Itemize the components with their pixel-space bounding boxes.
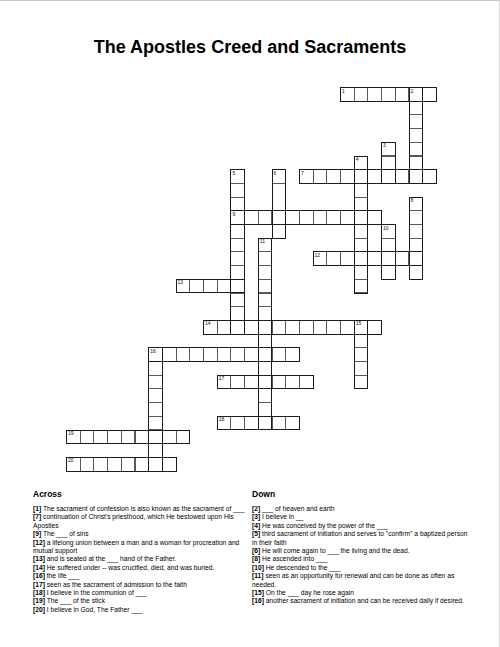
grid-cell[interactable] [162,430,177,445]
grid-cell[interactable] [258,361,273,376]
grid-cell[interactable] [381,169,396,184]
grid-cell[interactable] [66,430,81,445]
grid-cell[interactable] [230,169,245,184]
grid-cell[interactable] [162,347,177,362]
grid-cell[interactable] [176,347,191,362]
grid-cell[interactable] [340,251,355,266]
grid-cell[interactable] [381,156,396,171]
grid-cell[interactable] [354,169,369,184]
grid-cell[interactable] [367,169,382,184]
grid-cell[interactable] [367,87,382,102]
grid-cell[interactable] [230,210,245,225]
across-clue-list: [1] The sacrament of confession is also … [33,505,249,614]
grid-cell[interactable] [409,142,424,157]
clue-item: [1] The sacrament of confession is also … [33,505,249,513]
grid-cell[interactable] [354,361,369,376]
grid-cell[interactable] [285,347,300,362]
grid-cell[interactable] [409,169,424,184]
clue-item: [20] I believe in God, The Father ___ [33,606,249,614]
clue-item: [15] On the ___ day he rose again [252,589,471,597]
grid-cell[interactable] [93,457,108,472]
grid-cell[interactable] [299,169,314,184]
grid-cell[interactable] [354,224,369,239]
grid-cell[interactable] [313,320,328,335]
grid-cell[interactable] [299,320,314,335]
grid-cell[interactable] [176,430,191,445]
clue-item: [17] seen as the sacrament of admission … [33,581,249,589]
clue-item: [7] continuation of Christ's priesthood,… [33,513,249,530]
grid-cell[interactable] [230,416,245,431]
grid-cell[interactable] [409,210,424,225]
grid-cell[interactable] [381,224,396,239]
grid-cell[interactable] [354,265,369,280]
clue-item: [16] another sacrament of initiation and… [252,597,471,605]
grid-cell[interactable] [258,402,273,417]
grid-cell[interactable] [422,87,437,102]
grid-cell[interactable] [80,457,95,472]
grid-cell[interactable] [217,347,232,362]
grid-cell[interactable] [258,238,273,253]
grid-cell[interactable] [66,457,81,472]
grid-cell[interactable] [326,320,341,335]
grid-cell[interactable] [203,279,218,294]
grid-cell[interactable] [395,87,410,102]
clue-item: [3] I believe in __ [252,513,471,521]
grid-cell[interactable] [244,320,259,335]
grid-cell[interactable] [148,457,163,472]
grid-cell[interactable] [272,169,287,184]
grid-cell[interactable] [258,265,273,280]
grid-cell[interactable] [409,114,424,129]
grid-cell[interactable] [354,320,369,335]
clue-item: [13] and is seated at the ___ hand of th… [33,555,249,563]
grid-cell[interactable] [121,457,136,472]
grid-cell[interactable] [80,430,95,445]
grid-cell[interactable] [162,457,177,472]
grid-cell[interactable] [217,416,232,431]
grid-cell[interactable] [203,347,218,362]
clue-item: [9] The ___ of sins [33,530,249,538]
clue-item: [19] The ___ of the stick [33,597,249,605]
grid-cell[interactable] [217,375,232,390]
grid-cell[interactable] [230,265,245,280]
clue-item: [6] He will come again to ___ the living… [252,547,471,555]
grid-cell[interactable] [313,251,328,266]
grid-cell[interactable] [148,347,163,362]
grid-cell[interactable] [409,128,424,143]
grid-cell[interactable] [354,347,369,362]
grid-cell[interactable] [409,156,424,171]
grid-cell[interactable] [340,320,355,335]
grid-cell[interactable] [230,279,245,294]
grid-cell[interactable] [258,210,273,225]
grid-cell[interactable] [176,279,191,294]
grid-cell[interactable] [299,375,314,390]
grid-cell[interactable] [272,210,287,225]
grid-cell[interactable] [230,347,245,362]
grid-cell[interactable] [326,210,341,225]
grid-cell[interactable] [354,334,369,349]
clue-item: [14] He suffered under -- was crucified,… [33,564,249,572]
grid-cell[interactable] [354,156,369,171]
grid-cell[interactable] [244,375,259,390]
grid-cell[interactable] [107,457,122,472]
grid-cell[interactable] [230,183,245,198]
clue-item: [4] He was conceived by the power of the… [252,522,471,530]
grid-cell[interactable] [148,416,163,431]
across-clues-section: Across [1] The sacrament of confession i… [33,489,249,614]
grid-cell[interactable] [313,169,328,184]
across-header: Across [33,489,249,499]
grid-cell[interactable] [121,430,136,445]
grid-cell[interactable] [230,251,245,266]
grid-cell[interactable] [367,210,382,225]
grid-cell[interactable] [409,224,424,239]
grid-cell[interactable] [340,87,355,102]
grid-cell[interactable] [230,197,245,212]
grid-cell[interactable] [230,320,245,335]
grid-cell[interactable] [381,251,396,266]
grid-cell[interactable] [230,375,245,390]
grid-cell[interactable] [409,251,424,266]
grid-cell[interactable] [354,251,369,266]
grid-cell[interactable] [258,279,273,294]
grid-cell[interactable] [326,251,341,266]
grid-cell[interactable] [258,320,273,335]
grid-cell[interactable] [272,416,287,431]
grid-cell[interactable] [258,388,273,403]
grid-cell[interactable] [354,183,369,198]
grid-cell[interactable] [326,169,341,184]
grid-cell[interactable] [285,320,300,335]
clue-item: [11] seen as an opportunity for renewal … [252,572,471,589]
grid-cell[interactable] [354,197,369,212]
grid-cell[interactable] [148,430,163,445]
grid-cell[interactable] [381,87,396,102]
clue-item: [5] third sacrament of initiation and se… [252,530,471,547]
grid-cell[interactable] [230,293,245,308]
grid-cell[interactable] [340,210,355,225]
grid-cell[interactable] [93,430,108,445]
grid-cell[interactable] [381,265,396,280]
grid-cell[interactable] [230,224,245,239]
grid-cell[interactable] [230,238,245,253]
grid-cell[interactable] [354,279,369,294]
grid-cell[interactable] [409,238,424,253]
grid-cell[interactable] [409,265,424,280]
grid-cell[interactable] [367,320,382,335]
grid-cell[interactable] [381,142,396,157]
grid-cell[interactable] [135,430,150,445]
grid-cell[interactable] [272,320,287,335]
grid-cell[interactable] [244,347,259,362]
grid-cell[interactable] [189,279,204,294]
grid-cell[interactable] [107,430,122,445]
grid-cell[interactable] [272,375,287,390]
crossword-grid[interactable]: 1234567891011121314151617181920 [66,87,438,473]
grid-cell[interactable] [258,306,273,321]
grid-cell[interactable] [409,101,424,116]
grid-cell[interactable] [299,210,314,225]
grid-cell[interactable] [258,293,273,308]
grid-cell[interactable] [422,169,437,184]
grid-cell[interactable] [148,402,163,417]
grid-cell[interactable] [354,210,369,225]
grid-cell[interactable] [217,320,232,335]
grid-cell[interactable] [409,197,424,212]
grid-cell[interactable] [148,361,163,376]
grid-cell[interactable] [354,87,369,102]
grid-cell[interactable] [203,320,218,335]
grid-cell[interactable] [258,251,273,266]
grid-cell[interactable] [258,347,273,362]
grid-cell[interactable] [258,334,273,349]
grid-cell[interactable] [244,210,259,225]
puzzle-title: The Apostles Creed and Sacraments [0,37,500,58]
clue-item: [16] the life ___ [33,572,249,580]
grid-cell[interactable] [148,443,163,458]
grid-cell[interactable] [367,251,382,266]
grid-cell[interactable] [217,279,232,294]
clue-item: [2] ___ of heaven and earth [252,505,471,513]
down-clues-section: Down [2] ___ of heaven and earth[3] I be… [252,489,471,606]
grid-cell[interactable] [272,347,287,362]
grid-cell[interactable] [409,87,424,102]
grid-cell[interactable] [148,375,163,390]
grid-cell[interactable] [395,251,410,266]
grid-cell[interactable] [258,416,273,431]
grid-cell[interactable] [354,375,369,390]
grid-cell[interactable] [340,169,355,184]
grid-cell[interactable] [313,210,328,225]
grid-cell[interactable] [258,375,273,390]
grid-cell[interactable] [381,238,396,253]
clue-item: [8] He ascended into ___ [252,555,471,563]
grid-cell[interactable] [244,416,259,431]
grid-cell[interactable] [189,347,204,362]
clue-item: [18] I believe in the communion of ___ [33,589,249,597]
grid-cell[interactable] [285,416,300,431]
grid-cell[interactable] [148,388,163,403]
grid-cell[interactable] [135,457,150,472]
grid-cell[interactable] [285,375,300,390]
grid-cell[interactable] [272,224,287,239]
grid-cell[interactable] [230,306,245,321]
clue-item: [12] a lifelong union between a man and … [33,539,249,556]
grid-cell[interactable] [285,210,300,225]
down-clue-list: [2] ___ of heaven and earth[3] I believe… [252,505,471,606]
clue-item: [10] He descended to the ___ [252,564,471,572]
down-header: Down [252,489,471,499]
grid-cell[interactable] [354,238,369,253]
grid-cell[interactable] [395,169,410,184]
